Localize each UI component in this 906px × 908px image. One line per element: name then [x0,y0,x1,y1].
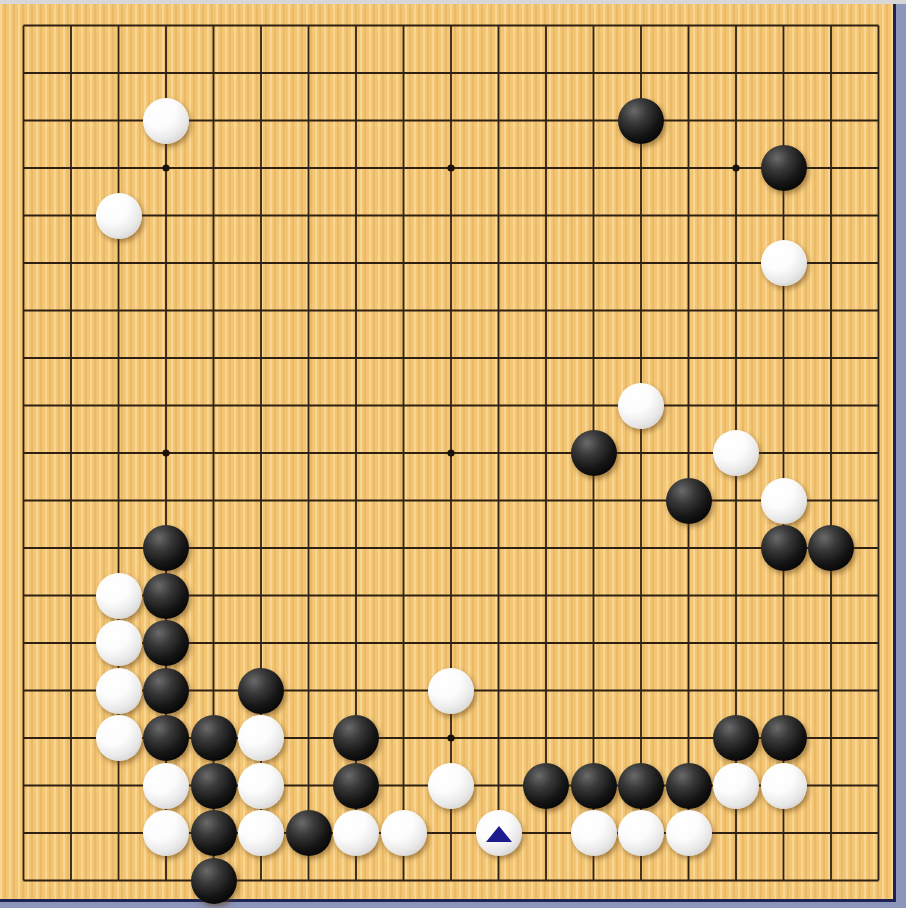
board-point-J13[interactable] [380,287,428,335]
board-point-G16[interactable] [285,144,333,192]
board-point-H17[interactable] [332,97,380,145]
board-point-O5[interactable] [617,667,665,715]
board-point-J8[interactable] [380,524,428,572]
board-point-K2[interactable] [427,809,475,857]
board-point-Q1[interactable] [712,857,760,905]
board-point-E13[interactable] [190,287,238,335]
board-point-K14[interactable] [427,239,475,287]
board-point-S11[interactable] [807,382,855,430]
board-point-T9[interactable] [855,477,903,525]
board-point-P3[interactable] [665,762,713,810]
board-point-O12[interactable] [617,334,665,382]
board-point-S6[interactable] [807,619,855,667]
board-point-F12[interactable] [237,334,285,382]
board-point-E9[interactable] [190,477,238,525]
board-point-R13[interactable] [760,287,808,335]
board-point-E17[interactable] [190,97,238,145]
board-point-F5[interactable] [237,667,285,715]
board-point-F17[interactable] [237,97,285,145]
board-point-C17[interactable] [95,97,143,145]
board-point-R10[interactable] [760,429,808,477]
board-point-N19[interactable] [570,2,618,50]
board-point-E3[interactable] [190,762,238,810]
board-point-P1[interactable] [665,857,713,905]
board-point-K4[interactable] [427,714,475,762]
board-point-O16[interactable] [617,144,665,192]
board-point-F13[interactable] [237,287,285,335]
board-point-E5[interactable] [190,667,238,715]
board-point-A4[interactable] [0,714,47,762]
board-point-H9[interactable] [332,477,380,525]
board-point-N15[interactable] [570,192,618,240]
board-point-D16[interactable] [142,144,190,192]
board-point-C9[interactable] [95,477,143,525]
board-point-K12[interactable] [427,334,475,382]
board-point-F4[interactable] [237,714,285,762]
board-point-A2[interactable] [0,809,47,857]
board-point-T4[interactable] [855,714,903,762]
board-point-Q2[interactable] [712,809,760,857]
board-point-P13[interactable] [665,287,713,335]
board-point-J6[interactable] [380,619,428,667]
board-point-B16[interactable] [47,144,95,192]
board-point-S19[interactable] [807,2,855,50]
board-point-H3[interactable] [332,762,380,810]
board-point-L3[interactable] [475,762,523,810]
board-point-D3[interactable] [142,762,190,810]
board-point-G4[interactable] [285,714,333,762]
board-point-Q18[interactable] [712,49,760,97]
board-point-G12[interactable] [285,334,333,382]
board-point-T19[interactable] [855,2,903,50]
board-point-O14[interactable] [617,239,665,287]
board-point-H7[interactable] [332,572,380,620]
board-point-G18[interactable] [285,49,333,97]
board-point-P19[interactable] [665,2,713,50]
board-point-H8[interactable] [332,524,380,572]
board-point-M10[interactable] [522,429,570,477]
board-point-E19[interactable] [190,2,238,50]
board-point-A15[interactable] [0,192,47,240]
board-point-P7[interactable] [665,572,713,620]
board-point-A16[interactable] [0,144,47,192]
board-point-L13[interactable] [475,287,523,335]
board-point-E7[interactable] [190,572,238,620]
board-point-D11[interactable] [142,382,190,430]
board-point-M6[interactable] [522,619,570,667]
board-point-J14[interactable] [380,239,428,287]
board-point-N16[interactable] [570,144,618,192]
board-point-B12[interactable] [47,334,95,382]
board-point-O8[interactable] [617,524,665,572]
board-point-K19[interactable] [427,2,475,50]
board-point-S14[interactable] [807,239,855,287]
board-point-D18[interactable] [142,49,190,97]
board-point-N8[interactable] [570,524,618,572]
board-point-S17[interactable] [807,97,855,145]
board-point-S2[interactable] [807,809,855,857]
board-point-P18[interactable] [665,49,713,97]
board-point-D5[interactable] [142,667,190,715]
board-point-R3[interactable] [760,762,808,810]
board-point-G2[interactable] [285,809,333,857]
board-point-C6[interactable] [95,619,143,667]
board-point-R1[interactable] [760,857,808,905]
board-point-S12[interactable] [807,334,855,382]
board-point-B5[interactable] [47,667,95,715]
board-point-B14[interactable] [47,239,95,287]
board-point-Q10[interactable] [712,429,760,477]
board-point-F1[interactable] [237,857,285,905]
board-point-S4[interactable] [807,714,855,762]
board-point-O2[interactable] [617,809,665,857]
board-point-P5[interactable] [665,667,713,715]
board-point-K18[interactable] [427,49,475,97]
board-point-S8[interactable] [807,524,855,572]
board-point-R15[interactable] [760,192,808,240]
board-point-O10[interactable] [617,429,665,477]
board-point-L8[interactable] [475,524,523,572]
board-point-N6[interactable] [570,619,618,667]
board-point-B3[interactable] [47,762,95,810]
board-point-F10[interactable] [237,429,285,477]
board-point-F3[interactable] [237,762,285,810]
board-point-G10[interactable] [285,429,333,477]
board-point-N17[interactable] [570,97,618,145]
board-point-B9[interactable] [47,477,95,525]
board-point-L7[interactable] [475,572,523,620]
board-point-L6[interactable] [475,619,523,667]
board-point-T15[interactable] [855,192,903,240]
board-point-C15[interactable] [95,192,143,240]
board-point-L14[interactable] [475,239,523,287]
board-point-Q13[interactable] [712,287,760,335]
board-point-O15[interactable] [617,192,665,240]
board-point-E4[interactable] [190,714,238,762]
board-point-O13[interactable] [617,287,665,335]
board-point-C5[interactable] [95,667,143,715]
board-point-H19[interactable] [332,2,380,50]
board-point-B11[interactable] [47,382,95,430]
board-point-K16[interactable] [427,144,475,192]
board-point-D6[interactable] [142,619,190,667]
board-point-Q15[interactable] [712,192,760,240]
board-point-T3[interactable] [855,762,903,810]
board-point-G3[interactable] [285,762,333,810]
board-point-K5[interactable] [427,667,475,715]
board-point-P9[interactable] [665,477,713,525]
board-point-N18[interactable] [570,49,618,97]
board-point-S3[interactable] [807,762,855,810]
board-point-M12[interactable] [522,334,570,382]
board-point-S1[interactable] [807,857,855,905]
board-point-M16[interactable] [522,144,570,192]
board-point-O17[interactable] [617,97,665,145]
board-point-Q9[interactable] [712,477,760,525]
board-point-B1[interactable] [47,857,95,905]
board-point-D8[interactable] [142,524,190,572]
board-point-D10[interactable] [142,429,190,477]
board-point-C12[interactable] [95,334,143,382]
board-point-N13[interactable] [570,287,618,335]
board-point-E18[interactable] [190,49,238,97]
board-point-J10[interactable] [380,429,428,477]
board-point-L11[interactable] [475,382,523,430]
board-point-R2[interactable] [760,809,808,857]
board-point-A13[interactable] [0,287,47,335]
board-point-E14[interactable] [190,239,238,287]
board-point-B15[interactable] [47,192,95,240]
board-point-E16[interactable] [190,144,238,192]
board-point-M11[interactable] [522,382,570,430]
board-point-K11[interactable] [427,382,475,430]
board-point-K13[interactable] [427,287,475,335]
board-point-P17[interactable] [665,97,713,145]
board-point-T8[interactable] [855,524,903,572]
board-point-T17[interactable] [855,97,903,145]
board-point-J11[interactable] [380,382,428,430]
board-point-A12[interactable] [0,334,47,382]
board-point-T13[interactable] [855,287,903,335]
board-point-B10[interactable] [47,429,95,477]
board-point-M13[interactable] [522,287,570,335]
board-point-O7[interactable] [617,572,665,620]
board-point-Q4[interactable] [712,714,760,762]
board-point-H14[interactable] [332,239,380,287]
board-point-M4[interactable] [522,714,570,762]
board-point-R11[interactable] [760,382,808,430]
board-point-P14[interactable] [665,239,713,287]
board-point-M9[interactable] [522,477,570,525]
board-point-C11[interactable] [95,382,143,430]
board-point-F16[interactable] [237,144,285,192]
board-point-T7[interactable] [855,572,903,620]
board-point-Q17[interactable] [712,97,760,145]
board-point-L18[interactable] [475,49,523,97]
board-point-Q14[interactable] [712,239,760,287]
board-point-G1[interactable] [285,857,333,905]
board-point-H11[interactable] [332,382,380,430]
board-point-G19[interactable] [285,2,333,50]
board-point-A18[interactable] [0,49,47,97]
board-point-C18[interactable] [95,49,143,97]
board-point-A8[interactable] [0,524,47,572]
board-point-G8[interactable] [285,524,333,572]
board-point-C14[interactable] [95,239,143,287]
board-point-S7[interactable] [807,572,855,620]
board-point-J12[interactable] [380,334,428,382]
board-point-E12[interactable] [190,334,238,382]
board-point-D19[interactable] [142,2,190,50]
board-point-H12[interactable] [332,334,380,382]
board-point-B2[interactable] [47,809,95,857]
board-point-P12[interactable] [665,334,713,382]
board-point-J18[interactable] [380,49,428,97]
board-point-K9[interactable] [427,477,475,525]
board-point-S18[interactable] [807,49,855,97]
board-point-R19[interactable] [760,2,808,50]
board-point-J9[interactable] [380,477,428,525]
board-point-F7[interactable] [237,572,285,620]
board-point-T16[interactable] [855,144,903,192]
board-point-S9[interactable] [807,477,855,525]
board-point-A7[interactable] [0,572,47,620]
board-point-N5[interactable] [570,667,618,715]
board-point-L17[interactable] [475,97,523,145]
board-point-A14[interactable] [0,239,47,287]
board-point-J17[interactable] [380,97,428,145]
board-point-T1[interactable] [855,857,903,905]
board-point-H4[interactable] [332,714,380,762]
board-point-C2[interactable] [95,809,143,857]
board-point-P8[interactable] [665,524,713,572]
board-point-O9[interactable] [617,477,665,525]
board-point-G7[interactable] [285,572,333,620]
board-point-Q5[interactable] [712,667,760,715]
board-point-O19[interactable] [617,2,665,50]
board-point-D7[interactable] [142,572,190,620]
board-point-L16[interactable] [475,144,523,192]
board-point-Q19[interactable] [712,2,760,50]
board-point-T14[interactable] [855,239,903,287]
board-point-P16[interactable] [665,144,713,192]
board-point-J7[interactable] [380,572,428,620]
board-point-R18[interactable] [760,49,808,97]
board-point-P4[interactable] [665,714,713,762]
board-point-P11[interactable] [665,382,713,430]
board-point-J15[interactable] [380,192,428,240]
board-point-P6[interactable] [665,619,713,667]
board-point-K15[interactable] [427,192,475,240]
board-point-J19[interactable] [380,2,428,50]
board-point-D1[interactable] [142,857,190,905]
board-point-J3[interactable] [380,762,428,810]
board-point-M8[interactable] [522,524,570,572]
board-point-G9[interactable] [285,477,333,525]
board-point-Q16[interactable] [712,144,760,192]
board-point-G5[interactable] [285,667,333,715]
board-point-M1[interactable] [522,857,570,905]
board-point-O1[interactable] [617,857,665,905]
board-point-S15[interactable] [807,192,855,240]
board-point-O3[interactable] [617,762,665,810]
board-point-G13[interactable] [285,287,333,335]
board-point-J1[interactable] [380,857,428,905]
board-point-O4[interactable] [617,714,665,762]
board-point-G11[interactable] [285,382,333,430]
board-point-H10[interactable] [332,429,380,477]
board-point-Q7[interactable] [712,572,760,620]
board-point-A17[interactable] [0,97,47,145]
board-point-J4[interactable] [380,714,428,762]
board-point-N2[interactable] [570,809,618,857]
board-point-C8[interactable] [95,524,143,572]
board-point-F6[interactable] [237,619,285,667]
board-point-R9[interactable] [760,477,808,525]
board-point-F19[interactable] [237,2,285,50]
board-point-T5[interactable] [855,667,903,715]
board-point-E15[interactable] [190,192,238,240]
board-point-K8[interactable] [427,524,475,572]
board-point-S10[interactable] [807,429,855,477]
board-point-M7[interactable] [522,572,570,620]
board-point-B17[interactable] [47,97,95,145]
board-point-N4[interactable] [570,714,618,762]
board-point-M17[interactable] [522,97,570,145]
board-point-P2[interactable] [665,809,713,857]
board-point-T2[interactable] [855,809,903,857]
board-point-N14[interactable] [570,239,618,287]
board-point-N3[interactable] [570,762,618,810]
board-point-T12[interactable] [855,334,903,382]
board-point-C1[interactable] [95,857,143,905]
board-point-K10[interactable] [427,429,475,477]
board-point-B6[interactable] [47,619,95,667]
board-point-R4[interactable] [760,714,808,762]
board-point-O11[interactable] [617,382,665,430]
board-point-C3[interactable] [95,762,143,810]
board-point-L4[interactable] [475,714,523,762]
board-point-H6[interactable] [332,619,380,667]
board-point-T11[interactable] [855,382,903,430]
board-point-H16[interactable] [332,144,380,192]
board-point-L15[interactable] [475,192,523,240]
board-point-Q8[interactable] [712,524,760,572]
board-point-L12[interactable] [475,334,523,382]
board-point-M2[interactable] [522,809,570,857]
board-point-O6[interactable] [617,619,665,667]
board-point-D4[interactable] [142,714,190,762]
board-point-D12[interactable] [142,334,190,382]
board-point-D17[interactable] [142,97,190,145]
board-point-Q3[interactable] [712,762,760,810]
board-point-F15[interactable] [237,192,285,240]
board-point-C19[interactable] [95,2,143,50]
board-point-C13[interactable] [95,287,143,335]
board-point-A5[interactable] [0,667,47,715]
board-point-D9[interactable] [142,477,190,525]
board-point-M14[interactable] [522,239,570,287]
board-point-J16[interactable] [380,144,428,192]
board-point-B19[interactable] [47,2,95,50]
board-point-M18[interactable] [522,49,570,97]
board-point-S5[interactable] [807,667,855,715]
board-point-A1[interactable] [0,857,47,905]
board-point-T10[interactable] [855,429,903,477]
board-point-M3[interactable] [522,762,570,810]
board-point-L1[interactable] [475,857,523,905]
board-point-F18[interactable] [237,49,285,97]
board-point-C4[interactable] [95,714,143,762]
board-point-Q11[interactable] [712,382,760,430]
board-point-L10[interactable] [475,429,523,477]
board-point-B4[interactable] [47,714,95,762]
board-point-S13[interactable] [807,287,855,335]
board-point-E10[interactable] [190,429,238,477]
board-point-D13[interactable] [142,287,190,335]
board-point-N10[interactable] [570,429,618,477]
board-point-R14[interactable] [760,239,808,287]
board-point-P15[interactable] [665,192,713,240]
board-point-G15[interactable] [285,192,333,240]
board-point-C16[interactable] [95,144,143,192]
board-point-L19[interactable] [475,2,523,50]
board-point-R6[interactable] [760,619,808,667]
board-point-H18[interactable] [332,49,380,97]
board-point-A19[interactable] [0,2,47,50]
board-point-A6[interactable] [0,619,47,667]
board-point-K7[interactable] [427,572,475,620]
